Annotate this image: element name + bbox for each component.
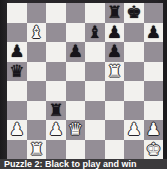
square-e2[interactable] [85, 120, 105, 140]
piece-black-pawn-f7: ♟ [107, 23, 122, 43]
square-e8[interactable] [85, 3, 105, 23]
square-a6[interactable]: ♟ [7, 42, 27, 62]
piece-white-rook-f5: ♜ [107, 62, 122, 82]
square-d5[interactable] [66, 62, 86, 82]
square-d6[interactable]: ♟ [66, 42, 86, 62]
square-f4[interactable] [105, 81, 125, 101]
chess-board: ♜♚♝♝♟♟♟♟♟♛♜♜♟♟♛♟♟♜♚ [7, 3, 163, 159]
square-f8[interactable]: ♜ [105, 3, 125, 23]
square-e4[interactable] [85, 81, 105, 101]
square-g4[interactable] [124, 81, 144, 101]
piece-black-pawn-d6: ♟ [68, 42, 83, 62]
square-e7[interactable]: ♝ [85, 23, 105, 43]
piece-black-pawn-f6: ♟ [107, 42, 122, 62]
square-h5[interactable] [144, 62, 164, 82]
square-b8[interactable] [27, 3, 47, 23]
square-c3[interactable]: ♜ [46, 101, 66, 121]
square-a4[interactable] [7, 81, 27, 101]
piece-black-rook-f8: ♜ [107, 3, 122, 23]
square-g6[interactable] [124, 42, 144, 62]
square-f5[interactable]: ♜ [105, 62, 125, 82]
square-h4[interactable] [144, 81, 164, 101]
square-b1[interactable]: ♜ [27, 140, 47, 160]
piece-white-pawn-g2: ♟ [126, 120, 141, 140]
square-c8[interactable] [46, 3, 66, 23]
square-c2[interactable]: ♟ [46, 120, 66, 140]
square-a8[interactable] [7, 3, 27, 23]
square-d2[interactable]: ♛ [66, 120, 86, 140]
square-c6[interactable] [46, 42, 66, 62]
square-h7[interactable]: ♟ [144, 23, 164, 43]
square-f7[interactable]: ♟ [105, 23, 125, 43]
square-e5[interactable] [85, 62, 105, 82]
square-d1[interactable] [66, 140, 86, 160]
square-e6[interactable] [85, 42, 105, 62]
square-g7[interactable] [124, 23, 144, 43]
square-c4[interactable] [46, 81, 66, 101]
square-f2[interactable] [105, 120, 125, 140]
square-c1[interactable] [46, 140, 66, 160]
square-h2[interactable]: ♟ [144, 120, 164, 140]
square-h3[interactable] [144, 101, 164, 121]
square-b4[interactable] [27, 81, 47, 101]
square-b6[interactable] [27, 42, 47, 62]
square-g8[interactable]: ♚ [124, 3, 144, 23]
piece-white-rook-b1: ♜ [29, 140, 44, 160]
square-e1[interactable] [85, 140, 105, 160]
square-a1[interactable] [7, 140, 27, 160]
square-d4[interactable] [66, 81, 86, 101]
square-g5[interactable] [124, 62, 144, 82]
piece-white-queen-d2: ♛ [68, 120, 83, 140]
puzzle-caption: Puzzle 2: Black to play and win [0, 159, 167, 169]
square-f1[interactable] [105, 140, 125, 160]
square-g2[interactable]: ♟ [124, 120, 144, 140]
square-h1[interactable]: ♚ [144, 140, 164, 160]
square-e3[interactable] [85, 101, 105, 121]
square-h8[interactable] [144, 3, 164, 23]
square-a7[interactable] [7, 23, 27, 43]
piece-black-rook-c3: ♜ [48, 101, 63, 121]
chess-diagram: ♜♚♝♝♟♟♟♟♟♛♜♜♟♟♛♟♟♜♚ Puzzle 2: Black to p… [0, 0, 167, 169]
square-d7[interactable] [66, 23, 86, 43]
square-b7[interactable]: ♝ [27, 23, 47, 43]
square-g3[interactable] [124, 101, 144, 121]
square-b2[interactable] [27, 120, 47, 140]
square-d3[interactable] [66, 101, 86, 121]
piece-black-king-g8: ♚ [126, 3, 141, 23]
piece-white-king-h1: ♚ [146, 140, 161, 160]
square-a2[interactable]: ♟ [7, 120, 27, 140]
square-b5[interactable] [27, 62, 47, 82]
square-a5[interactable]: ♛ [7, 62, 27, 82]
square-g1[interactable] [124, 140, 144, 160]
square-h6[interactable] [144, 42, 164, 62]
piece-white-pawn-c2: ♟ [48, 120, 63, 140]
piece-white-bishop-b7: ♝ [29, 23, 44, 43]
piece-white-pawn-h2: ♟ [146, 120, 161, 140]
piece-white-pawn-a2: ♟ [9, 120, 24, 140]
square-d8[interactable] [66, 3, 86, 23]
piece-black-queen-a5: ♛ [9, 62, 24, 82]
piece-black-pawn-a6: ♟ [9, 42, 24, 62]
square-f6[interactable]: ♟ [105, 42, 125, 62]
piece-black-pawn-h7: ♟ [146, 23, 161, 43]
square-b3[interactable] [27, 101, 47, 121]
square-c5[interactable] [46, 62, 66, 82]
piece-black-bishop-e7: ♝ [87, 23, 102, 43]
square-a3[interactable] [7, 101, 27, 121]
square-f3[interactable] [105, 101, 125, 121]
square-c7[interactable] [46, 23, 66, 43]
